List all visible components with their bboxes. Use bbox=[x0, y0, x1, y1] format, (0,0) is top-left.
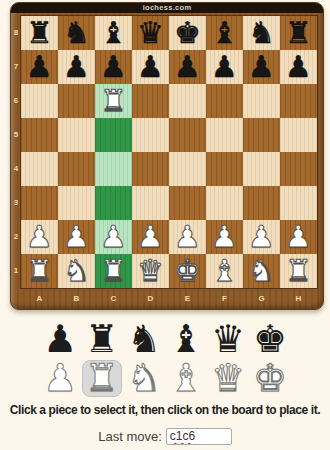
rank-label-7: 7 bbox=[11, 50, 21, 84]
piece-black-knight: ♞ bbox=[248, 16, 275, 50]
square-h8[interactable]: ♜ bbox=[280, 16, 317, 50]
piece-black-pawn: ♟ bbox=[137, 50, 164, 84]
piece-white-pawn: ♟ bbox=[285, 220, 312, 254]
piece-black-pawn: ♟ bbox=[63, 50, 90, 84]
square-h2[interactable]: ♟ bbox=[280, 220, 317, 254]
square-e3[interactable] bbox=[169, 186, 206, 220]
selected-piece-box: ♜ bbox=[82, 360, 122, 397]
square-d8[interactable]: ♛ bbox=[132, 16, 169, 50]
square-a7[interactable]: ♟ bbox=[21, 50, 58, 84]
last-move-input[interactable]: c1c6 bbox=[166, 428, 232, 445]
piece-white-rook: ♜ bbox=[100, 254, 127, 288]
palette-white-pawn[interactable]: ♟ bbox=[39, 359, 81, 397]
piece-box: ♚ bbox=[250, 321, 290, 358]
square-b8[interactable]: ♞ bbox=[58, 16, 95, 50]
square-a6[interactable] bbox=[21, 84, 58, 118]
palette-white-bishop[interactable]: ♝ bbox=[165, 359, 207, 397]
square-f5[interactable] bbox=[206, 118, 243, 152]
square-g6[interactable] bbox=[243, 84, 280, 118]
white-pawn-icon: ♟ bbox=[43, 359, 77, 397]
site-label: iochess.com bbox=[11, 3, 323, 13]
square-g2[interactable]: ♟ bbox=[243, 220, 280, 254]
square-e4[interactable] bbox=[169, 152, 206, 186]
square-g3[interactable] bbox=[243, 186, 280, 220]
piece-black-knight: ♞ bbox=[63, 16, 90, 50]
square-g5[interactable] bbox=[243, 118, 280, 152]
piece-white-knight: ♞ bbox=[248, 254, 275, 288]
square-g7[interactable]: ♟ bbox=[243, 50, 280, 84]
palette-white-queen[interactable]: ♛ bbox=[207, 359, 249, 397]
piece-white-pawn: ♟ bbox=[211, 220, 238, 254]
piece-box: ♝ bbox=[166, 360, 206, 397]
piece-black-pawn: ♟ bbox=[100, 50, 127, 84]
piece-black-pawn: ♟ bbox=[211, 50, 238, 84]
square-a8[interactable]: ♜ bbox=[21, 16, 58, 50]
piece-black-pawn: ♟ bbox=[285, 50, 312, 84]
square-g8[interactable]: ♞ bbox=[243, 16, 280, 50]
square-a5[interactable] bbox=[21, 118, 58, 152]
black-pawn-icon: ♟ bbox=[43, 320, 77, 358]
black-rook-icon: ♜ bbox=[85, 320, 119, 358]
white-king-icon: ♚ bbox=[253, 359, 287, 397]
last-move-value: c1c6 bbox=[170, 429, 195, 443]
square-d1[interactable]: ♛ bbox=[132, 254, 169, 288]
square-d5[interactable] bbox=[132, 118, 169, 152]
file-label-h: H bbox=[280, 288, 317, 310]
file-label-d: D bbox=[132, 288, 169, 310]
black-queen-icon: ♛ bbox=[211, 320, 245, 358]
piece-white-king: ♚ bbox=[174, 254, 201, 288]
piece-black-king: ♚ bbox=[174, 16, 201, 50]
piece-black-bishop: ♝ bbox=[100, 16, 127, 50]
piece-white-knight: ♞ bbox=[63, 254, 90, 288]
piece-black-queen: ♛ bbox=[137, 16, 164, 50]
black-bishop-icon: ♝ bbox=[169, 320, 203, 358]
rank-label-5: 5 bbox=[11, 118, 21, 152]
file-label-f: F bbox=[206, 288, 243, 310]
square-b2[interactable]: ♟ bbox=[58, 220, 95, 254]
square-b3[interactable] bbox=[58, 186, 95, 220]
square-b5[interactable] bbox=[58, 118, 95, 152]
white-rook-icon: ♜ bbox=[85, 359, 119, 397]
square-c7[interactable]: ♟ bbox=[95, 50, 132, 84]
square-h4[interactable] bbox=[280, 152, 317, 186]
square-h1[interactable]: ♜ bbox=[280, 254, 317, 288]
square-e6[interactable] bbox=[169, 84, 206, 118]
square-f1[interactable]: ♝ bbox=[206, 254, 243, 288]
piece-box: ♞ bbox=[124, 360, 164, 397]
square-b6[interactable] bbox=[58, 84, 95, 118]
square-c6[interactable]: ♜ bbox=[95, 84, 132, 118]
rank-label-8: 8 bbox=[11, 16, 21, 50]
square-f6[interactable] bbox=[206, 84, 243, 118]
piece-white-queen: ♛ bbox=[137, 254, 164, 288]
square-c2[interactable]: ♟ bbox=[95, 220, 132, 254]
rank-labels: 87654321 bbox=[11, 16, 21, 288]
file-label-a: A bbox=[21, 288, 58, 310]
file-label-e: E bbox=[169, 288, 206, 310]
file-label-g: G bbox=[243, 288, 280, 310]
square-e5[interactable] bbox=[169, 118, 206, 152]
piece-box: ♞ bbox=[124, 321, 164, 358]
piece-black-rook: ♜ bbox=[285, 16, 312, 50]
piece-box: ♟ bbox=[40, 321, 80, 358]
palette-white-king[interactable]: ♚ bbox=[249, 359, 291, 397]
square-d6[interactable] bbox=[132, 84, 169, 118]
square-b1[interactable]: ♞ bbox=[58, 254, 95, 288]
piece-white-pawn: ♟ bbox=[26, 220, 53, 254]
last-move-label: Last move: bbox=[98, 429, 162, 444]
file-label-b: B bbox=[58, 288, 95, 310]
square-e7[interactable]: ♟ bbox=[169, 50, 206, 84]
file-label-c: C bbox=[95, 288, 132, 310]
piece-white-pawn: ♟ bbox=[248, 220, 275, 254]
palette-black-king[interactable]: ♚ bbox=[249, 320, 291, 358]
chess-board-frame: iochess.com 87654321 ♜♞♝♛♚♝♞♜♟♟♟♟♟♟♟♟♜♟♟… bbox=[10, 2, 324, 310]
black-knight-icon: ♞ bbox=[127, 320, 161, 358]
black-piece-palette: ♟♜♞♝♛♚ bbox=[0, 320, 330, 358]
instruction-text: Click a piece to select it, then click o… bbox=[0, 403, 330, 417]
piece-box: ♛ bbox=[208, 321, 248, 358]
square-e8[interactable]: ♚ bbox=[169, 16, 206, 50]
black-king-icon: ♚ bbox=[253, 320, 287, 358]
piece-white-pawn: ♟ bbox=[63, 220, 90, 254]
piece-black-rook: ♜ bbox=[26, 16, 53, 50]
square-f7[interactable]: ♟ bbox=[206, 50, 243, 84]
white-piece-palette: ♟♜♞♝♛♚ bbox=[0, 359, 330, 397]
palette-black-bishop[interactable]: ♝ bbox=[165, 320, 207, 358]
rank-label-1: 1 bbox=[11, 254, 21, 288]
piece-box: ♛ bbox=[208, 360, 248, 397]
piece-white-rook: ♜ bbox=[26, 254, 53, 288]
palette-black-pawn[interactable]: ♟ bbox=[39, 320, 81, 358]
piece-box: ♚ bbox=[250, 360, 290, 397]
square-a1[interactable]: ♜ bbox=[21, 254, 58, 288]
square-h3[interactable] bbox=[280, 186, 317, 220]
square-c5[interactable] bbox=[95, 118, 132, 152]
piece-black-pawn: ♟ bbox=[26, 50, 53, 84]
piece-white-rook: ♜ bbox=[100, 84, 127, 118]
piece-white-pawn: ♟ bbox=[174, 220, 201, 254]
square-d2[interactable]: ♟ bbox=[132, 220, 169, 254]
square-f4[interactable] bbox=[206, 152, 243, 186]
piece-white-pawn: ♟ bbox=[137, 220, 164, 254]
square-d3[interactable] bbox=[132, 186, 169, 220]
piece-white-bishop: ♝ bbox=[211, 254, 238, 288]
last-move-row: Last move: c1c6 bbox=[0, 428, 330, 445]
rank-label-4: 4 bbox=[11, 152, 21, 186]
square-f2[interactable]: ♟ bbox=[206, 220, 243, 254]
square-c8[interactable]: ♝ bbox=[95, 16, 132, 50]
palette-black-rook[interactable]: ♜ bbox=[81, 320, 123, 358]
piece-black-pawn: ♟ bbox=[248, 50, 275, 84]
palette-black-queen[interactable]: ♛ bbox=[207, 320, 249, 358]
chess-board: ♜♞♝♛♚♝♞♜♟♟♟♟♟♟♟♟♜♟♟♟♟♟♟♟♟♜♞♜♛♚♝♞♜ bbox=[21, 16, 317, 288]
square-b4[interactable] bbox=[58, 152, 95, 186]
square-h6[interactable] bbox=[280, 84, 317, 118]
rank-label-6: 6 bbox=[11, 84, 21, 118]
square-g1[interactable]: ♞ bbox=[243, 254, 280, 288]
square-a4[interactable] bbox=[21, 152, 58, 186]
white-bishop-icon: ♝ bbox=[169, 359, 203, 397]
square-c1[interactable]: ♜ bbox=[95, 254, 132, 288]
square-b7[interactable]: ♟ bbox=[58, 50, 95, 84]
square-c4[interactable] bbox=[95, 152, 132, 186]
palette-black-knight[interactable]: ♞ bbox=[123, 320, 165, 358]
square-e2[interactable]: ♟ bbox=[169, 220, 206, 254]
square-a3[interactable] bbox=[21, 186, 58, 220]
file-labels: ABCDEFGH bbox=[21, 288, 317, 310]
piece-box: ♟ bbox=[40, 360, 80, 397]
square-f8[interactable]: ♝ bbox=[206, 16, 243, 50]
piece-black-pawn: ♟ bbox=[174, 50, 201, 84]
piece-box: ♜ bbox=[82, 321, 122, 358]
square-a2[interactable]: ♟ bbox=[21, 220, 58, 254]
square-g4[interactable] bbox=[243, 152, 280, 186]
piece-white-rook: ♜ bbox=[285, 254, 312, 288]
piece-white-pawn: ♟ bbox=[100, 220, 127, 254]
square-h7[interactable]: ♟ bbox=[280, 50, 317, 84]
white-knight-icon: ♞ bbox=[127, 359, 161, 397]
square-e1[interactable]: ♚ bbox=[169, 254, 206, 288]
square-h5[interactable] bbox=[280, 118, 317, 152]
palette-white-rook[interactable]: ♜ bbox=[81, 359, 123, 397]
rank-label-2: 2 bbox=[11, 220, 21, 254]
square-f3[interactable] bbox=[206, 186, 243, 220]
white-queen-icon: ♛ bbox=[211, 359, 245, 397]
square-c3[interactable] bbox=[95, 186, 132, 220]
rank-label-3: 3 bbox=[11, 186, 21, 220]
piece-box: ♝ bbox=[166, 321, 206, 358]
piece-black-bishop: ♝ bbox=[211, 16, 238, 50]
square-d7[interactable]: ♟ bbox=[132, 50, 169, 84]
palette-white-knight[interactable]: ♞ bbox=[123, 359, 165, 397]
square-d4[interactable] bbox=[132, 152, 169, 186]
